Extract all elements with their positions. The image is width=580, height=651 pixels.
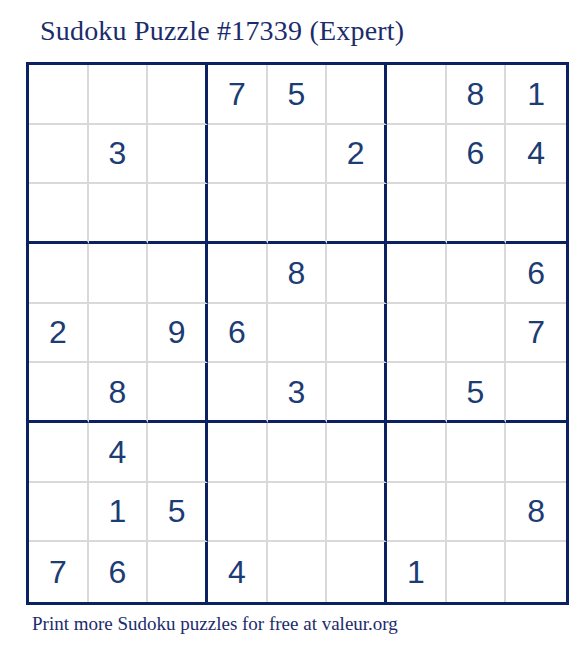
cell-r2c2[interactable]: 3 bbox=[89, 125, 149, 185]
cell-r9c8[interactable] bbox=[447, 542, 507, 602]
cell-r3c3[interactable] bbox=[148, 184, 208, 244]
cell-r4c3[interactable] bbox=[148, 244, 208, 304]
cell-r5c3[interactable]: 9 bbox=[148, 304, 208, 364]
cell-r2c8[interactable]: 6 bbox=[447, 125, 507, 185]
cell-r5c7[interactable] bbox=[387, 304, 447, 364]
cell-r6c5[interactable]: 3 bbox=[268, 363, 328, 423]
cell-r6c6[interactable] bbox=[327, 363, 387, 423]
cell-r8c9[interactable]: 8 bbox=[506, 483, 566, 543]
cell-r1c2[interactable] bbox=[89, 65, 149, 125]
cell-r5c2[interactable] bbox=[89, 304, 149, 364]
cell-r4c9[interactable]: 6 bbox=[506, 244, 566, 304]
cell-r5c9[interactable]: 7 bbox=[506, 304, 566, 364]
cell-r4c1[interactable] bbox=[29, 244, 89, 304]
cell-r9c5[interactable] bbox=[268, 542, 328, 602]
cell-r6c2[interactable]: 8 bbox=[89, 363, 149, 423]
cell-r7c5[interactable] bbox=[268, 423, 328, 483]
cell-r9c2[interactable]: 6 bbox=[89, 542, 149, 602]
cell-r4c8[interactable] bbox=[447, 244, 507, 304]
cell-r9c4[interactable]: 4 bbox=[208, 542, 268, 602]
cell-r5c5[interactable] bbox=[268, 304, 328, 364]
cell-r2c5[interactable] bbox=[268, 125, 328, 185]
cell-r3c2[interactable] bbox=[89, 184, 149, 244]
sudoku-board: 7581326486296783541587641 bbox=[26, 62, 569, 605]
cell-r8c7[interactable] bbox=[387, 483, 447, 543]
cell-r4c5[interactable]: 8 bbox=[268, 244, 328, 304]
cell-r3c6[interactable] bbox=[327, 184, 387, 244]
cell-r3c9[interactable] bbox=[506, 184, 566, 244]
cell-r1c5[interactable]: 5 bbox=[268, 65, 328, 125]
cell-r1c8[interactable]: 8 bbox=[447, 65, 507, 125]
cell-r2c1[interactable] bbox=[29, 125, 89, 185]
cell-r3c7[interactable] bbox=[387, 184, 447, 244]
cell-r6c7[interactable] bbox=[387, 363, 447, 423]
cell-r7c1[interactable] bbox=[29, 423, 89, 483]
cell-r6c8[interactable]: 5 bbox=[447, 363, 507, 423]
cell-r7c3[interactable] bbox=[148, 423, 208, 483]
cell-r7c8[interactable] bbox=[447, 423, 507, 483]
cell-r5c1[interactable]: 2 bbox=[29, 304, 89, 364]
cell-r8c1[interactable] bbox=[29, 483, 89, 543]
cell-r8c2[interactable]: 1 bbox=[89, 483, 149, 543]
cell-r9c9[interactable] bbox=[506, 542, 566, 602]
cell-r4c4[interactable] bbox=[208, 244, 268, 304]
cell-r9c1[interactable]: 7 bbox=[29, 542, 89, 602]
page-title: Sudoku Puzzle #17339 (Expert) bbox=[40, 15, 404, 47]
cell-r4c6[interactable] bbox=[327, 244, 387, 304]
cell-r4c2[interactable] bbox=[89, 244, 149, 304]
cell-r2c9[interactable]: 4 bbox=[506, 125, 566, 185]
cell-r7c4[interactable] bbox=[208, 423, 268, 483]
cell-r9c7[interactable]: 1 bbox=[387, 542, 447, 602]
cell-r8c8[interactable] bbox=[447, 483, 507, 543]
cell-r7c7[interactable] bbox=[387, 423, 447, 483]
cell-r3c5[interactable] bbox=[268, 184, 328, 244]
cell-r8c3[interactable]: 5 bbox=[148, 483, 208, 543]
cell-r6c1[interactable] bbox=[29, 363, 89, 423]
cell-r1c9[interactable]: 1 bbox=[506, 65, 566, 125]
cell-r6c4[interactable] bbox=[208, 363, 268, 423]
cell-r7c9[interactable] bbox=[506, 423, 566, 483]
cell-r5c6[interactable] bbox=[327, 304, 387, 364]
cell-r1c3[interactable] bbox=[148, 65, 208, 125]
cell-r1c7[interactable] bbox=[387, 65, 447, 125]
cell-r2c7[interactable] bbox=[387, 125, 447, 185]
cell-r3c1[interactable] bbox=[29, 184, 89, 244]
cell-r2c3[interactable] bbox=[148, 125, 208, 185]
cell-r3c8[interactable] bbox=[447, 184, 507, 244]
cell-r8c5[interactable] bbox=[268, 483, 328, 543]
cell-r8c6[interactable] bbox=[327, 483, 387, 543]
footer-text: Print more Sudoku puzzles for free at va… bbox=[32, 613, 398, 635]
cell-r1c1[interactable] bbox=[29, 65, 89, 125]
cell-r5c8[interactable] bbox=[447, 304, 507, 364]
cell-r9c6[interactable] bbox=[327, 542, 387, 602]
sudoku-page: Sudoku Puzzle #17339 (Expert) 7581326486… bbox=[0, 0, 580, 651]
cell-r3c4[interactable] bbox=[208, 184, 268, 244]
cell-r6c3[interactable] bbox=[148, 363, 208, 423]
cell-r1c4[interactable]: 7 bbox=[208, 65, 268, 125]
cell-r4c7[interactable] bbox=[387, 244, 447, 304]
cell-r5c4[interactable]: 6 bbox=[208, 304, 268, 364]
cell-r7c2[interactable]: 4 bbox=[89, 423, 149, 483]
cell-r2c6[interactable]: 2 bbox=[327, 125, 387, 185]
cell-r6c9[interactable] bbox=[506, 363, 566, 423]
cell-r8c4[interactable] bbox=[208, 483, 268, 543]
cell-r9c3[interactable] bbox=[148, 542, 208, 602]
cell-r7c6[interactable] bbox=[327, 423, 387, 483]
cell-r1c6[interactable] bbox=[327, 65, 387, 125]
cell-r2c4[interactable] bbox=[208, 125, 268, 185]
